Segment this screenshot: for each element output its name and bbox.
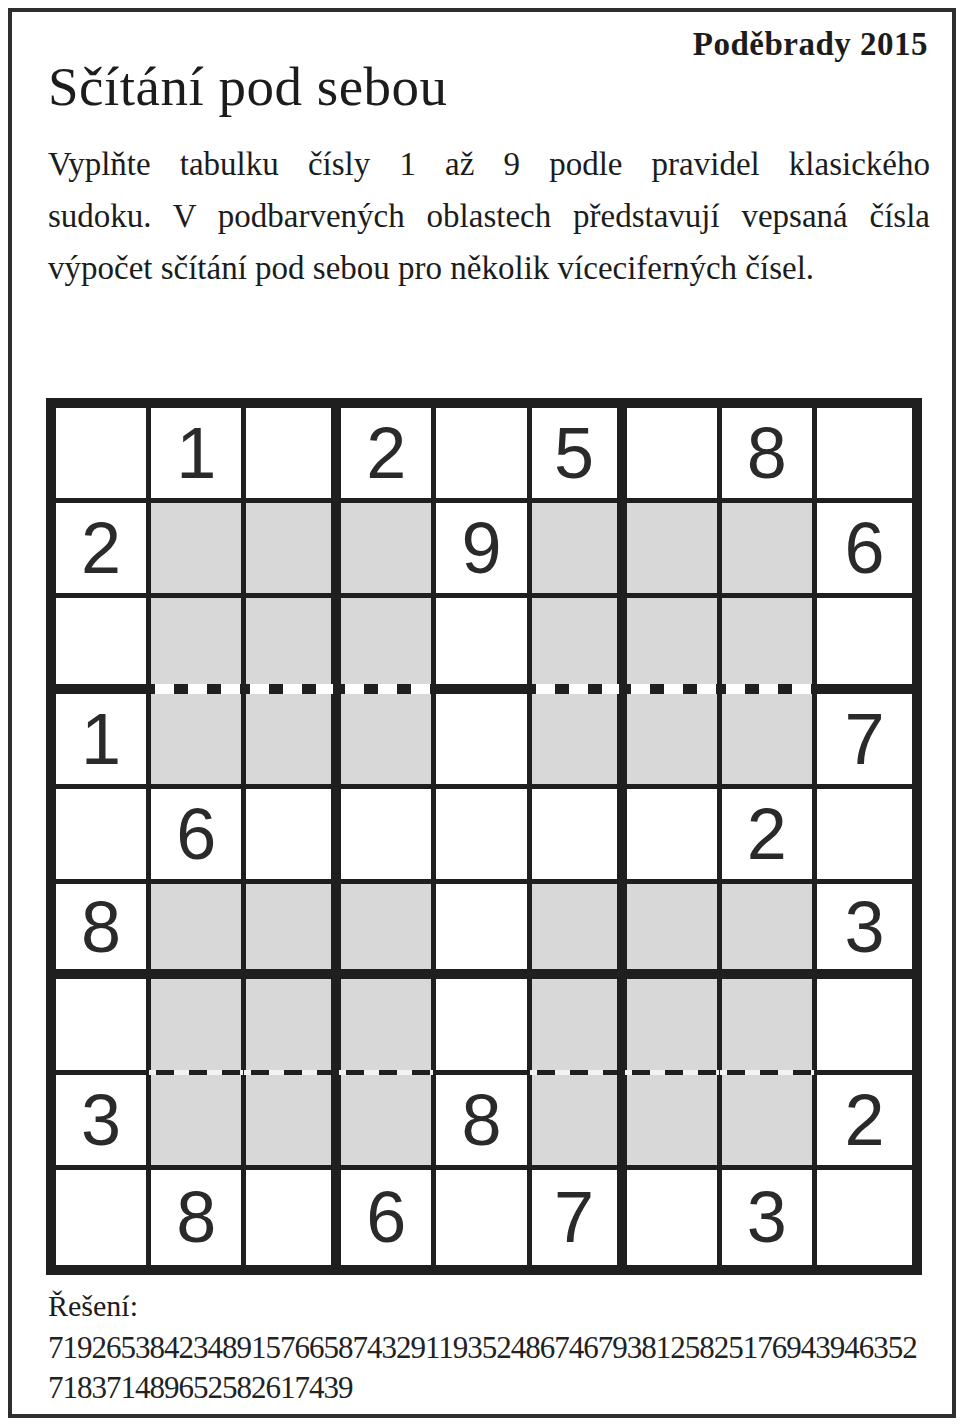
cell-r3c2[interactable]: [151, 598, 246, 693]
given-digit: 8: [461, 1079, 501, 1161]
given-digit: 8: [176, 1176, 216, 1258]
cell-r7c7[interactable]: [627, 979, 722, 1074]
given-digit: 6: [844, 507, 884, 589]
solution-line-1: 7192653842348915766587432911935248674679…: [48, 1328, 942, 1368]
given-digit: 6: [176, 793, 216, 875]
cell-r6c2[interactable]: [151, 884, 246, 979]
cell-r2c5[interactable]: 9: [436, 503, 531, 598]
cell-r8c4[interactable]: [341, 1075, 436, 1170]
cell-r8c6[interactable]: [532, 1075, 627, 1170]
given-digit: 3: [844, 886, 884, 968]
cell-r4c1[interactable]: 1: [56, 694, 151, 789]
cell-r9c4[interactable]: 6: [341, 1170, 436, 1265]
given-digit: 2: [366, 412, 406, 494]
cell-r5c5[interactable]: [436, 789, 531, 884]
cell-r3c3[interactable]: [246, 598, 341, 693]
cell-r9c7[interactable]: [627, 1170, 722, 1265]
cell-r3c4[interactable]: [341, 598, 436, 693]
cell-r4c3[interactable]: [246, 694, 341, 789]
solution-label: Řešení:: [48, 1284, 942, 1328]
cell-r1c7[interactable]: [627, 408, 722, 503]
cell-r1c8[interactable]: 8: [722, 408, 817, 503]
addition-sum-line: [720, 684, 814, 694]
cell-r9c5[interactable]: [436, 1170, 531, 1265]
addition-sum-line: [339, 684, 433, 694]
cell-r8c7[interactable]: [627, 1075, 722, 1170]
cell-r7c4[interactable]: [341, 979, 436, 1074]
cell-r1c9[interactable]: [817, 408, 912, 503]
cell-r7c1[interactable]: [56, 979, 151, 1074]
cell-r4c2[interactable]: [151, 694, 246, 789]
cell-r6c5[interactable]: [436, 884, 531, 979]
cell-r5c3[interactable]: [246, 789, 341, 884]
given-digit: 2: [844, 1079, 884, 1161]
cell-r1c6[interactable]: 5: [532, 408, 627, 503]
cell-r5c2[interactable]: 6: [151, 789, 246, 884]
given-digit: 1: [176, 412, 216, 494]
cell-r9c8[interactable]: 3: [722, 1170, 817, 1265]
cell-r8c8[interactable]: [722, 1075, 817, 1170]
cell-r2c9[interactable]: 6: [817, 503, 912, 598]
cell-r7c3[interactable]: [246, 979, 341, 1074]
given-digit: 2: [81, 507, 121, 589]
given-digit: 6: [366, 1176, 406, 1258]
cell-r7c2[interactable]: [151, 979, 246, 1074]
page-title: Sčítání pod sebou: [48, 56, 448, 118]
cell-r3c5[interactable]: [436, 598, 531, 693]
cell-r2c8[interactable]: [722, 503, 817, 598]
given-digit: 7: [554, 1176, 594, 1258]
addition-sum-line: [530, 684, 619, 694]
cell-r1c2[interactable]: 1: [151, 408, 246, 503]
cell-r8c3[interactable]: [246, 1075, 341, 1170]
cell-r2c4[interactable]: [341, 503, 436, 598]
cell-r2c7[interactable]: [627, 503, 722, 598]
cell-r9c2[interactable]: 8: [151, 1170, 246, 1265]
cell-r9c3[interactable]: [246, 1170, 341, 1265]
cell-r4c4[interactable]: [341, 694, 436, 789]
cell-r1c3[interactable]: [246, 408, 341, 503]
cell-r1c5[interactable]: [436, 408, 531, 503]
cell-r9c9[interactable]: [817, 1170, 912, 1265]
cell-r7c8[interactable]: [722, 979, 817, 1074]
cell-r7c9[interactable]: [817, 979, 912, 1074]
instructions: Vyplňte tabulku čísly 1 až 9 podle pravi…: [48, 138, 930, 294]
cell-r6c8[interactable]: [722, 884, 817, 979]
cell-r3c7[interactable]: [627, 598, 722, 693]
page-border: Poděbrady 2015 Sčítání pod sebou Vyplňte…: [8, 8, 956, 1418]
cell-r4c6[interactable]: [532, 694, 627, 789]
cell-r4c7[interactable]: [627, 694, 722, 789]
sudoku-board: 12582961762833828673: [46, 398, 922, 1275]
cell-r6c9[interactable]: 3: [817, 884, 912, 979]
cell-r5c6[interactable]: [532, 789, 627, 884]
cell-r3c1[interactable]: [56, 598, 151, 693]
given-digit: 3: [81, 1079, 121, 1161]
cell-r4c8[interactable]: [722, 694, 817, 789]
cell-r4c5[interactable]: [436, 694, 531, 789]
given-digit: 9: [461, 507, 501, 589]
cell-r5c8[interactable]: 2: [722, 789, 817, 884]
addition-sum-line: [244, 684, 333, 694]
cell-r9c1[interactable]: [56, 1170, 151, 1265]
solution-block: Řešení: 71926538423489157665874329119352…: [48, 1284, 942, 1408]
cell-r5c4[interactable]: [341, 789, 436, 884]
cell-r2c1[interactable]: 2: [56, 503, 151, 598]
cell-r1c4[interactable]: 2: [341, 408, 436, 503]
cell-r5c7[interactable]: [627, 789, 722, 884]
cell-r2c3[interactable]: [246, 503, 341, 598]
cell-r8c2[interactable]: [151, 1075, 246, 1170]
event-label: Poděbrady 2015: [693, 26, 928, 63]
instruction-line-2: sudoku. V podbarvených oblastech předsta…: [48, 190, 930, 242]
cell-r6c4[interactable]: [341, 884, 436, 979]
cell-r5c9[interactable]: [817, 789, 912, 884]
given-digit: 1: [81, 698, 121, 780]
cell-r6c3[interactable]: [246, 884, 341, 979]
instruction-line-3: výpočet sčítání pod sebou pro několik ví…: [48, 242, 930, 294]
given-digit: 2: [747, 793, 787, 875]
given-digit: 3: [747, 1176, 787, 1258]
cell-r7c6[interactable]: [532, 979, 627, 1074]
instruction-line-1: Vyplňte tabulku čísly 1 až 9 podle pravi…: [48, 138, 930, 190]
cell-r1c1[interactable]: [56, 408, 151, 503]
solution-line-2: 718371489652582617439: [48, 1368, 942, 1408]
cell-r3c6[interactable]: [532, 598, 627, 693]
cell-r8c9[interactable]: 2: [817, 1075, 912, 1170]
cell-r2c6[interactable]: [532, 503, 627, 598]
cell-r4c9[interactable]: 7: [817, 694, 912, 789]
given-digit: 8: [81, 886, 121, 968]
cell-r7c5[interactable]: [436, 979, 531, 1074]
addition-sum-line: [625, 684, 719, 694]
cell-r2c2[interactable]: [151, 503, 246, 598]
given-digit: 8: [747, 412, 787, 494]
given-digit: 7: [844, 698, 884, 780]
cell-r6c1[interactable]: 8: [56, 884, 151, 979]
cell-r6c6[interactable]: [532, 884, 627, 979]
cell-r9c6[interactable]: 7: [532, 1170, 627, 1265]
cell-r3c8[interactable]: [722, 598, 817, 693]
cell-r8c5[interactable]: 8: [436, 1075, 531, 1170]
addition-sum-line: [149, 684, 243, 694]
cell-r8c1[interactable]: 3: [56, 1075, 151, 1170]
cell-r6c7[interactable]: [627, 884, 722, 979]
cell-r5c1[interactable]: [56, 789, 151, 884]
given-digit: 5: [554, 412, 594, 494]
cell-r3c9[interactable]: [817, 598, 912, 693]
